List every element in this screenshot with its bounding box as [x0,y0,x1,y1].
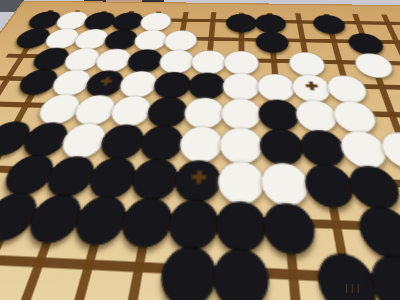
go-board: ●●●●●●●●●●●●●●●●●●●●●●●●●●●●●●●●●●●●●●●●… [0,2,400,300]
hoshi-mark [191,170,206,183]
board-point[interactable]: ● [264,199,316,248]
wood-stamp: ||| [344,284,361,293]
board-point[interactable] [0,289,55,300]
hoshi-mark [304,81,317,90]
board-grid: ●●●●●●●●●●●●●●●●●●●●●●●●●●●●●●●●●●●●●●●●… [0,10,400,300]
go-board-photo: ●●●●●●●●●●●●●●●●●●●●●●●●●●●●●●●●●●●●●●●●… [0,0,400,300]
